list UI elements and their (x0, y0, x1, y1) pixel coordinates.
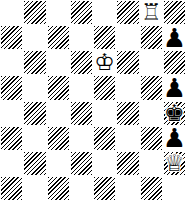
square-c5[interactable] (47, 75, 70, 100)
square-b2[interactable] (23, 151, 46, 176)
square-a7[interactable] (0, 25, 23, 50)
square-f3[interactable] (116, 126, 139, 151)
square-a1[interactable] (0, 176, 23, 201)
square-d5[interactable] (70, 75, 93, 100)
square-a6[interactable] (0, 50, 23, 75)
square-b8[interactable] (23, 0, 46, 25)
square-g5[interactable] (140, 75, 163, 100)
square-c8[interactable] (47, 0, 70, 25)
black-pawn-glyph-icon: ♟ (163, 75, 186, 101)
square-f5[interactable] (116, 75, 139, 100)
white-king-glyph-icon: ♔ (94, 51, 115, 74)
black-king-glyph-icon: ♚ (164, 102, 185, 125)
square-a2[interactable] (0, 151, 23, 176)
chess-board: ♜♖♟♟♚♔♟♟♚♚♟♟♛♕ (0, 0, 186, 201)
square-g2[interactable] (140, 151, 163, 176)
square-e1[interactable] (93, 176, 116, 201)
square-g3[interactable] (140, 126, 163, 151)
square-g4[interactable] (140, 101, 163, 126)
piece-black-king[interactable]: ♚♚ (164, 102, 185, 125)
square-b3[interactable] (23, 126, 46, 151)
square-c1[interactable] (47, 176, 70, 201)
square-f6[interactable] (116, 50, 139, 75)
square-c6[interactable] (47, 50, 70, 75)
square-d1[interactable] (70, 176, 93, 201)
square-f2[interactable] (116, 151, 139, 176)
square-e6[interactable]: ♚♔ (93, 50, 116, 75)
square-c3[interactable] (47, 126, 70, 151)
square-d6[interactable] (70, 50, 93, 75)
square-e3[interactable] (93, 126, 116, 151)
square-c2[interactable] (47, 151, 70, 176)
square-g8[interactable]: ♜♖ (140, 0, 163, 25)
piece-black-pawn[interactable]: ♟♟ (163, 25, 186, 50)
square-h3[interactable]: ♟♟ (163, 126, 186, 151)
square-e7[interactable] (93, 25, 116, 50)
square-h4[interactable]: ♚♚ (163, 101, 186, 126)
square-a3[interactable] (0, 126, 23, 151)
black-pawn-glyph-icon: ♟ (163, 125, 186, 151)
piece-black-pawn[interactable]: ♟♟ (163, 75, 186, 100)
square-e4[interactable] (93, 101, 116, 126)
square-a8[interactable] (0, 0, 23, 25)
piece-white-rook[interactable]: ♜♖ (140, 0, 163, 25)
square-h6[interactable] (163, 50, 186, 75)
square-c7[interactable] (47, 25, 70, 50)
square-b1[interactable] (23, 176, 46, 201)
square-h2[interactable]: ♛♕ (163, 151, 186, 176)
black-pawn-glyph-icon: ♟ (163, 25, 186, 51)
square-f4[interactable] (116, 101, 139, 126)
square-a5[interactable] (0, 75, 23, 100)
square-b4[interactable] (23, 101, 46, 126)
square-g6[interactable] (140, 50, 163, 75)
white-rook-glyph-icon: ♖ (141, 1, 162, 24)
white-queen-glyph-icon: ♕ (164, 152, 185, 175)
square-d8[interactable] (70, 0, 93, 25)
square-b7[interactable] (23, 25, 46, 50)
square-e2[interactable] (93, 151, 116, 176)
square-d4[interactable] (70, 101, 93, 126)
square-g1[interactable] (140, 176, 163, 201)
square-e8[interactable] (93, 0, 116, 25)
piece-white-queen[interactable]: ♛♕ (164, 152, 185, 175)
square-f8[interactable] (116, 0, 139, 25)
square-d7[interactable] (70, 25, 93, 50)
square-h8[interactable] (163, 0, 186, 25)
square-b5[interactable] (23, 75, 46, 100)
square-a4[interactable] (0, 101, 23, 126)
square-d3[interactable] (70, 126, 93, 151)
square-h7[interactable]: ♟♟ (163, 25, 186, 50)
square-h5[interactable]: ♟♟ (163, 75, 186, 100)
piece-black-pawn[interactable]: ♟♟ (163, 126, 186, 151)
square-c4[interactable] (47, 101, 70, 126)
square-f1[interactable] (116, 176, 139, 201)
piece-white-king[interactable]: ♚♔ (93, 50, 116, 75)
square-e5[interactable] (93, 75, 116, 100)
square-g7[interactable] (140, 25, 163, 50)
square-d2[interactable] (70, 151, 93, 176)
square-b6[interactable] (23, 50, 46, 75)
square-f7[interactable] (116, 25, 139, 50)
square-h1[interactable] (163, 176, 186, 201)
